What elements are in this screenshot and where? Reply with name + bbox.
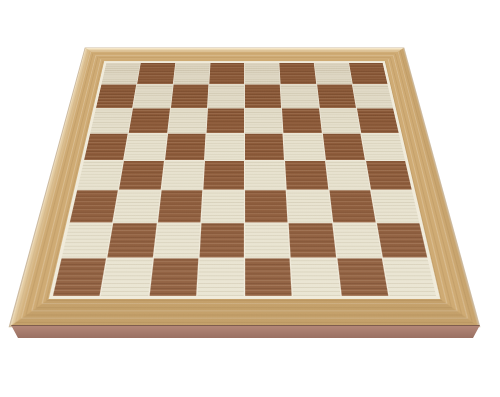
square-g8[interactable] [314,63,351,84]
square-b4[interactable] [119,161,163,190]
square-e8[interactable] [245,63,280,84]
square-d3[interactable] [201,191,244,222]
square-e3[interactable] [245,191,288,222]
square-c3[interactable] [157,191,202,222]
square-f7[interactable] [281,85,319,108]
square-a3[interactable] [70,191,118,222]
square-c6[interactable] [168,108,207,133]
square-d5[interactable] [205,133,244,160]
square-d1[interactable] [197,258,244,296]
square-g3[interactable] [329,191,375,222]
square-a6[interactable] [90,108,132,133]
board-side-edge [11,325,480,338]
square-d4[interactable] [203,161,244,190]
square-f6[interactable] [282,108,321,133]
square-e6[interactable] [245,108,283,133]
square-f2[interactable] [289,223,336,257]
square-g4[interactable] [326,161,370,190]
square-g1[interactable] [337,258,388,296]
square-g5[interactable] [322,133,364,160]
square-e2[interactable] [245,223,290,257]
square-h5[interactable] [361,133,405,160]
square-d7[interactable] [208,85,244,108]
square-a8[interactable] [102,63,141,84]
square-h2[interactable] [377,223,428,257]
square-e1[interactable] [245,258,292,296]
square-c7[interactable] [171,85,209,108]
square-c8[interactable] [173,63,209,84]
square-c4[interactable] [161,161,204,190]
square-h7[interactable] [353,85,393,108]
square-a2[interactable] [62,223,113,257]
square-g6[interactable] [319,108,360,133]
square-a1[interactable] [53,258,106,296]
square-d2[interactable] [199,223,244,257]
square-a5[interactable] [84,133,128,160]
square-g7[interactable] [317,85,356,108]
square-b1[interactable] [101,258,152,296]
square-h4[interactable] [366,161,412,190]
square-d8[interactable] [209,63,244,84]
square-b8[interactable] [137,63,174,84]
square-f4[interactable] [285,161,328,190]
square-f5[interactable] [284,133,325,160]
square-b2[interactable] [108,223,157,257]
square-b3[interactable] [114,191,160,222]
square-c2[interactable] [153,223,200,257]
square-d6[interactable] [206,108,244,133]
chessboard-photo [0,0,500,397]
square-f3[interactable] [287,191,332,222]
square-c5[interactable] [165,133,206,160]
square-h1[interactable] [383,258,436,296]
chess-board [10,48,479,326]
square-a4[interactable] [77,161,123,190]
square-e4[interactable] [245,161,286,190]
square-b7[interactable] [133,85,172,108]
square-c1[interactable] [149,258,198,296]
square-e7[interactable] [245,85,281,108]
square-f1[interactable] [291,258,340,296]
board-squares-grid [53,63,436,296]
square-b5[interactable] [124,133,166,160]
square-h3[interactable] [371,191,419,222]
square-f8[interactable] [280,63,316,84]
square-e5[interactable] [245,133,284,160]
square-h6[interactable] [357,108,399,133]
square-g2[interactable] [333,223,382,257]
square-a7[interactable] [96,85,136,108]
square-h8[interactable] [349,63,388,84]
square-b6[interactable] [129,108,170,133]
